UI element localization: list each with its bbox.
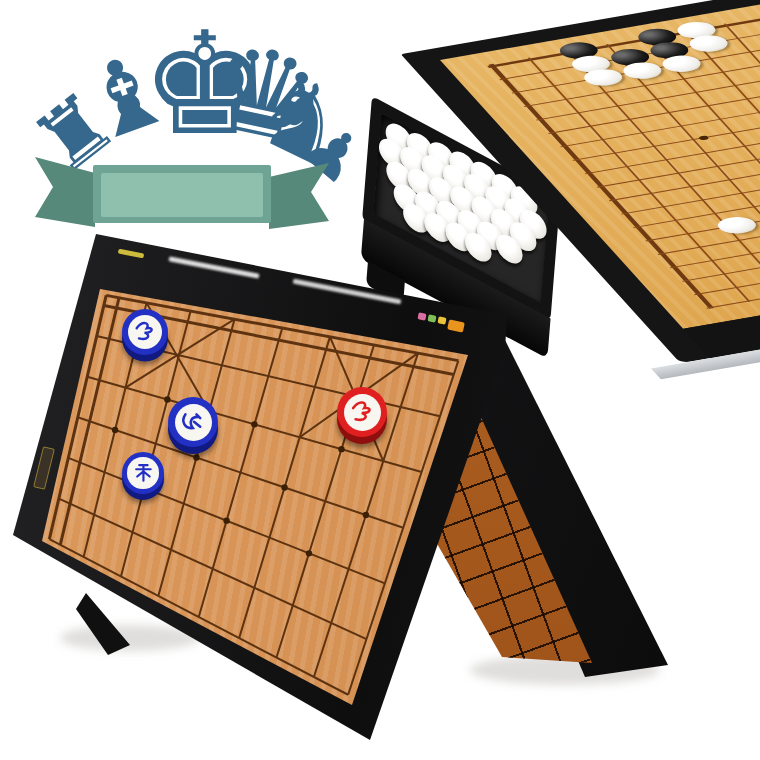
janggi-grid-lines (0, 225, 690, 760)
piece-face (128, 315, 162, 349)
brand-logo: ♜♝♚♛♞♟ (15, 5, 350, 250)
star-point (698, 135, 710, 140)
janggi-piece-blue-soldier[interactable] (122, 452, 164, 494)
janggi-piece-blue-cannon[interactable] (168, 397, 218, 447)
piece-face (344, 394, 381, 431)
piece-face (175, 404, 212, 441)
janggi-piece-blue-horse[interactable] (122, 309, 168, 355)
product-photo-canvas: { "scene": "Product photo: magnetic fold… (0, 0, 760, 760)
janggi-piece-red-horse[interactable] (337, 387, 387, 437)
spine-logo-pink (417, 312, 426, 320)
spine-logo-green (427, 314, 436, 322)
ribbon-center-inner (101, 173, 263, 217)
folded-board-tent (0, 225, 690, 760)
spine-logo-yellow (437, 316, 446, 324)
piece-face (127, 457, 158, 488)
